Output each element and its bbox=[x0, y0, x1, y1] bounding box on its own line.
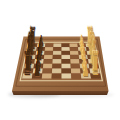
square-d7[interactable] bbox=[34, 59, 44, 63]
square-h1[interactable] bbox=[86, 44, 95, 48]
square-d8[interactable] bbox=[25, 59, 35, 63]
square-e5[interactable] bbox=[53, 55, 62, 59]
square-c8[interactable] bbox=[24, 64, 34, 69]
square-e3[interactable] bbox=[70, 55, 79, 59]
board-front-edge bbox=[12, 91, 109, 95]
square-a4[interactable] bbox=[62, 73, 72, 78]
square-a1[interactable] bbox=[90, 73, 101, 78]
square-a6[interactable] bbox=[42, 73, 52, 78]
square-b2[interactable] bbox=[80, 68, 90, 73]
square-a7[interactable] bbox=[32, 73, 42, 78]
square-c3[interactable] bbox=[71, 64, 81, 69]
square-a8[interactable] bbox=[22, 73, 33, 78]
square-f3[interactable] bbox=[70, 51, 79, 55]
square-h7[interactable] bbox=[37, 44, 46, 48]
square-b7[interactable] bbox=[33, 68, 43, 73]
square-c2[interactable] bbox=[80, 64, 90, 69]
square-a2[interactable] bbox=[81, 73, 91, 78]
chess-set-photo: ♜♟♟♜♞♟♟♞♝♟♟♝♚♟♟♚♛♟♟♛♝♟♟♝♞♟♟♞♜♟♟♜ bbox=[0, 0, 120, 120]
square-d5[interactable] bbox=[52, 59, 61, 63]
square-e6[interactable] bbox=[44, 55, 53, 59]
square-c1[interactable] bbox=[89, 64, 99, 69]
square-b6[interactable] bbox=[42, 68, 52, 73]
chess-board bbox=[0, 0, 120, 120]
square-c6[interactable] bbox=[43, 64, 53, 69]
square-e1[interactable] bbox=[87, 55, 97, 59]
square-f8[interactable] bbox=[27, 51, 36, 55]
square-c7[interactable] bbox=[34, 64, 44, 69]
square-c5[interactable] bbox=[52, 64, 61, 69]
square-f2[interactable] bbox=[78, 51, 87, 55]
square-g1[interactable] bbox=[86, 47, 95, 51]
square-a3[interactable] bbox=[71, 73, 81, 78]
square-g6[interactable] bbox=[45, 47, 54, 51]
square-d4[interactable] bbox=[62, 59, 71, 63]
square-f5[interactable] bbox=[53, 51, 62, 55]
square-a5[interactable] bbox=[52, 73, 62, 78]
square-g7[interactable] bbox=[36, 47, 45, 51]
square-e4[interactable] bbox=[62, 55, 71, 59]
square-f4[interactable] bbox=[62, 51, 71, 55]
square-g5[interactable] bbox=[53, 47, 61, 51]
square-h8[interactable] bbox=[29, 44, 38, 48]
square-d2[interactable] bbox=[79, 59, 89, 63]
square-d3[interactable] bbox=[70, 59, 79, 63]
square-d6[interactable] bbox=[43, 59, 52, 63]
square-h4[interactable] bbox=[62, 44, 70, 48]
square-h3[interactable] bbox=[70, 44, 78, 48]
square-g3[interactable] bbox=[70, 47, 79, 51]
square-b8[interactable] bbox=[23, 68, 33, 73]
square-c4[interactable] bbox=[62, 64, 71, 69]
square-g2[interactable] bbox=[78, 47, 87, 51]
square-f7[interactable] bbox=[36, 51, 45, 55]
square-b1[interactable] bbox=[89, 68, 99, 73]
square-h6[interactable] bbox=[45, 44, 53, 48]
square-d1[interactable] bbox=[88, 59, 98, 63]
square-e8[interactable] bbox=[26, 55, 36, 59]
square-h2[interactable] bbox=[78, 44, 87, 48]
square-b5[interactable] bbox=[52, 68, 62, 73]
square-f6[interactable] bbox=[44, 51, 53, 55]
square-b3[interactable] bbox=[71, 68, 81, 73]
square-e7[interactable] bbox=[35, 55, 44, 59]
square-g8[interactable] bbox=[28, 47, 37, 51]
square-b4[interactable] bbox=[62, 68, 72, 73]
square-e2[interactable] bbox=[79, 55, 88, 59]
square-f1[interactable] bbox=[87, 51, 96, 55]
square-g4[interactable] bbox=[62, 47, 70, 51]
square-h5[interactable] bbox=[53, 44, 61, 48]
